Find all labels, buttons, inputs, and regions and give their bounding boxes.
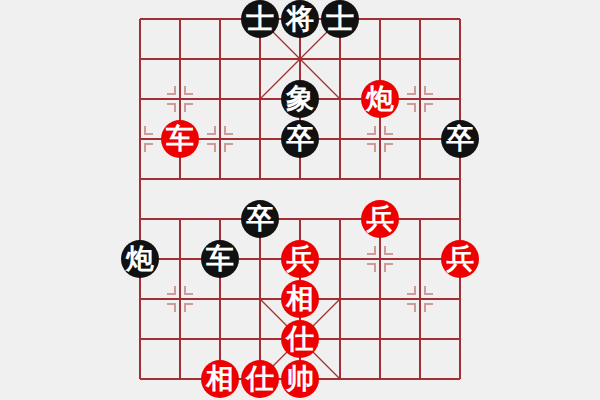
piece-red-cannon[interactable]: 炮	[361, 80, 399, 118]
piece-red-elephant[interactable]: 相	[281, 280, 319, 318]
piece-black-advisor[interactable]: 士	[241, 0, 279, 38]
piece-black-advisor[interactable]: 士	[321, 0, 359, 38]
piece-red-advisor[interactable]: 仕	[281, 320, 319, 358]
piece-red-general[interactable]: 帅	[281, 360, 319, 398]
piece-black-soldier[interactable]: 卒	[441, 120, 479, 158]
piece-red-advisor[interactable]: 仕	[241, 360, 279, 398]
xiangqi-board: 士将士象炮车卒卒卒兵炮车兵兵相仕相仕帅	[0, 0, 600, 400]
piece-black-cannon[interactable]: 炮	[121, 240, 159, 278]
piece-red-elephant[interactable]: 相	[201, 360, 239, 398]
piece-black-soldier[interactable]: 卒	[281, 120, 319, 158]
piece-red-chariot[interactable]: 车	[161, 120, 199, 158]
piece-grid: 士将士象炮车卒卒卒兵炮车兵兵相仕相仕帅	[120, 0, 480, 399]
piece-black-general[interactable]: 将	[281, 0, 319, 38]
piece-black-soldier[interactable]: 卒	[241, 200, 279, 238]
piece-black-chariot[interactable]: 车	[201, 240, 239, 278]
piece-red-soldier[interactable]: 兵	[441, 240, 479, 278]
piece-black-elephant[interactable]: 象	[281, 80, 319, 118]
piece-red-soldier[interactable]: 兵	[281, 240, 319, 278]
piece-red-soldier[interactable]: 兵	[361, 200, 399, 238]
